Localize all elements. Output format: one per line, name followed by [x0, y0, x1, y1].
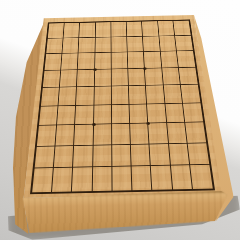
board-square: [35, 146, 56, 168]
board-square: [127, 36, 144, 52]
board-square: [129, 86, 147, 105]
board-square: [62, 38, 79, 54]
board-square: [151, 166, 173, 190]
board-square: [77, 69, 95, 87]
board-square: [167, 123, 188, 144]
board-square: [177, 51, 196, 68]
board-square: [183, 103, 204, 123]
board-square: [130, 104, 149, 124]
board-square: [92, 167, 112, 191]
board-square: [93, 124, 112, 145]
board-square: [45, 54, 63, 71]
board-square: [173, 21, 191, 36]
board-square: [147, 104, 166, 124]
photo-scene: [0, 0, 240, 240]
board-square: [94, 69, 111, 87]
board-square: [57, 106, 76, 126]
board-square: [95, 53, 112, 70]
board-square: [61, 53, 79, 70]
board-square: [112, 167, 132, 191]
board-square: [94, 86, 112, 105]
board-square: [56, 125, 76, 146]
board-square: [60, 70, 78, 88]
board-square: [128, 52, 145, 69]
board-square: [181, 85, 201, 104]
star-point: [147, 122, 151, 125]
board-square: [128, 68, 146, 86]
board-grid: [30, 19, 215, 194]
board-square: [187, 143, 209, 165]
board-square: [73, 146, 93, 168]
board-square: [142, 21, 159, 36]
star-point: [143, 67, 146, 70]
board-square: [150, 144, 171, 166]
board-square: [127, 22, 143, 37]
board-square: [111, 52, 128, 69]
board-square: [94, 105, 112, 125]
board-square: [158, 21, 175, 36]
board-square: [163, 85, 182, 104]
board-square: [171, 166, 193, 190]
board-square: [132, 166, 153, 190]
board-square: [111, 37, 127, 53]
board-square: [43, 70, 62, 88]
board-square: [37, 126, 57, 147]
board-square: [52, 168, 73, 192]
board-square: [32, 168, 54, 192]
board-square: [159, 36, 177, 52]
board-square: [76, 87, 94, 106]
board-square: [144, 52, 162, 69]
board-square: [112, 124, 131, 145]
board-square: [146, 85, 165, 104]
board-square: [54, 146, 74, 168]
board-square: [190, 165, 213, 189]
board-square: [112, 86, 130, 105]
board-square: [160, 51, 178, 68]
board-square: [80, 23, 96, 38]
board-square: [46, 38, 63, 54]
board-square: [74, 125, 93, 146]
board-square: [112, 69, 129, 87]
board-square: [148, 123, 168, 144]
board-square: [130, 124, 150, 145]
shogi-board: [0, 0, 240, 240]
board-square: [78, 53, 95, 70]
board-square: [143, 36, 160, 52]
board-square: [179, 67, 198, 85]
board-square: [95, 37, 111, 53]
board-square: [112, 105, 130, 125]
board-square: [93, 145, 112, 167]
board-square: [111, 22, 127, 37]
board-square: [79, 37, 96, 53]
board-square: [175, 35, 193, 51]
board-square: [41, 88, 60, 107]
board-top-surface: [24, 15, 222, 198]
board-square: [185, 122, 206, 143]
board-square: [131, 144, 151, 166]
board-square: [39, 106, 59, 126]
board-square: [165, 103, 185, 123]
board-square: [162, 68, 181, 86]
board-square: [112, 145, 132, 167]
board-square: [95, 22, 111, 37]
board-square: [145, 68, 163, 86]
board-square: [72, 168, 93, 192]
board-square: [75, 105, 94, 125]
board-square: [59, 87, 78, 106]
board-square: [169, 144, 190, 166]
board-square: [64, 23, 81, 38]
board-square: [48, 23, 65, 38]
